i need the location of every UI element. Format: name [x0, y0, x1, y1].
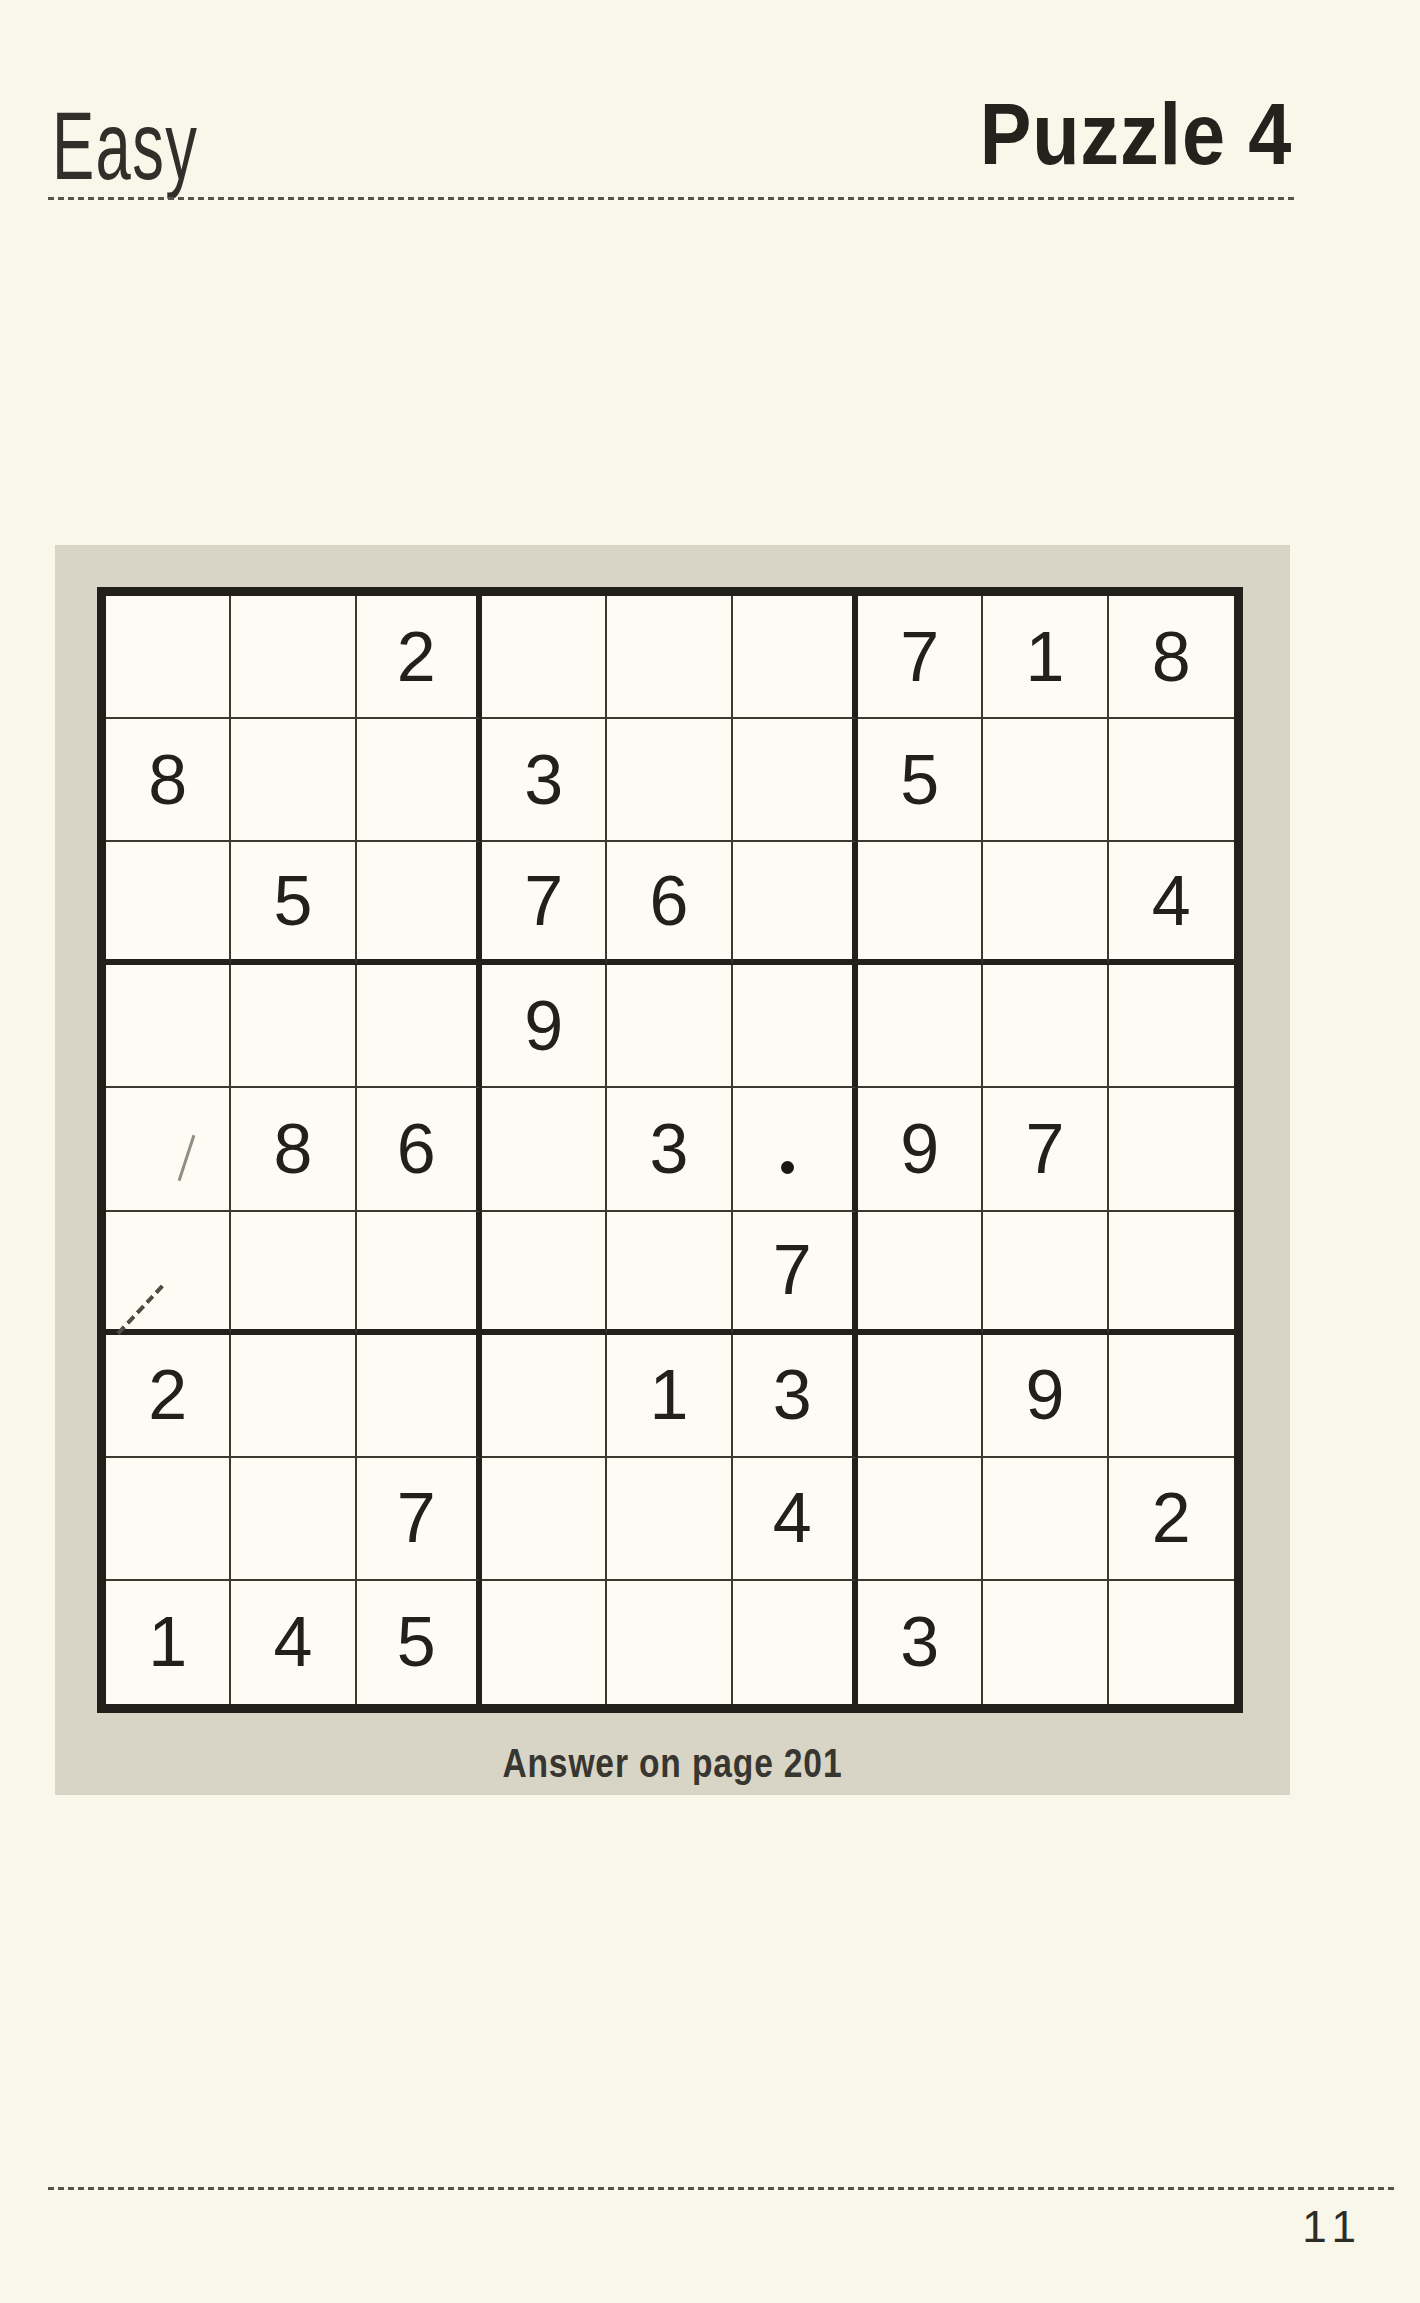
- sudoku-board: 27188355764986397721397421453 Answer on …: [55, 545, 1290, 1795]
- cell-r7c9[interactable]: [1109, 1335, 1234, 1458]
- cell-r3c2: 5: [231, 842, 356, 965]
- cell-r5c9[interactable]: [1109, 1088, 1234, 1211]
- cell-r9c4[interactable]: [482, 1581, 607, 1704]
- cell-r1c3: 2: [357, 596, 482, 719]
- cell-r7c8: 9: [983, 1335, 1108, 1458]
- footer-divider: [48, 2187, 1396, 2190]
- cell-r4c5[interactable]: [607, 965, 732, 1088]
- cell-r4c9[interactable]: [1109, 965, 1234, 1088]
- cell-r6c3[interactable]: [357, 1212, 482, 1335]
- cell-r4c4: 9: [482, 965, 607, 1088]
- cell-r8c9: 2: [1109, 1458, 1234, 1581]
- cell-r8c2[interactable]: [231, 1458, 356, 1581]
- book-page: Easy Puzzle 4 27188355764986397721397421…: [0, 0, 1420, 2303]
- cell-r9c2: 4: [231, 1581, 356, 1704]
- cell-r9c3: 5: [357, 1581, 482, 1704]
- cell-r3c7[interactable]: [858, 842, 983, 965]
- cell-r7c6: 3: [733, 1335, 858, 1458]
- cell-r2c5[interactable]: [607, 719, 732, 842]
- cell-r2c3[interactable]: [357, 719, 482, 842]
- cell-r5c4[interactable]: [482, 1088, 607, 1211]
- cell-r9c6[interactable]: [733, 1581, 858, 1704]
- cell-r3c8[interactable]: [983, 842, 1108, 965]
- cell-r2c7: 5: [858, 719, 983, 842]
- header-divider: [48, 197, 1294, 200]
- puzzle-title: Puzzle 4: [979, 90, 1292, 178]
- cell-r3c3[interactable]: [357, 842, 482, 965]
- cell-r3c6[interactable]: [733, 842, 858, 965]
- cell-r8c7[interactable]: [858, 1458, 983, 1581]
- cell-r7c7[interactable]: [858, 1335, 983, 1458]
- cell-r4c2[interactable]: [231, 965, 356, 1088]
- cell-r3c9: 4: [1109, 842, 1234, 965]
- cell-r1c9: 8: [1109, 596, 1234, 719]
- difficulty-label: Easy: [52, 98, 198, 194]
- cell-r7c1: 2: [106, 1335, 231, 1458]
- cell-r2c8[interactable]: [983, 719, 1108, 842]
- cell-r1c2[interactable]: [231, 596, 356, 719]
- answer-note: Answer on page 201: [55, 1741, 1290, 1786]
- cell-r5c2: 8: [231, 1088, 356, 1211]
- cell-r2c1: 8: [106, 719, 231, 842]
- cell-r1c1[interactable]: [106, 596, 231, 719]
- cell-r5c7: 9: [858, 1088, 983, 1211]
- cell-r8c8[interactable]: [983, 1458, 1108, 1581]
- cell-r4c6[interactable]: [733, 965, 858, 1088]
- cell-r6c7[interactable]: [858, 1212, 983, 1335]
- cell-r1c6[interactable]: [733, 596, 858, 719]
- cell-r2c6[interactable]: [733, 719, 858, 842]
- cell-r2c9[interactable]: [1109, 719, 1234, 842]
- cell-r8c3: 7: [357, 1458, 482, 1581]
- cell-r9c8[interactable]: [983, 1581, 1108, 1704]
- ink-dot-artifact: [781, 1161, 794, 1174]
- cell-r6c1[interactable]: [106, 1212, 231, 1335]
- cell-r2c4: 3: [482, 719, 607, 842]
- cell-r9c5[interactable]: [607, 1581, 732, 1704]
- cell-r6c9[interactable]: [1109, 1212, 1234, 1335]
- cell-r8c4[interactable]: [482, 1458, 607, 1581]
- cell-r8c5[interactable]: [607, 1458, 732, 1581]
- cell-r3c5: 6: [607, 842, 732, 965]
- cell-r1c5[interactable]: [607, 596, 732, 719]
- cell-r4c1[interactable]: [106, 965, 231, 1088]
- page-number: 11: [1302, 2202, 1364, 2252]
- cell-r7c5: 1: [607, 1335, 732, 1458]
- cell-r4c8[interactable]: [983, 965, 1108, 1088]
- cell-r9c1: 1: [106, 1581, 231, 1704]
- cell-r6c4[interactable]: [482, 1212, 607, 1335]
- cell-r6c5[interactable]: [607, 1212, 732, 1335]
- cell-r7c3[interactable]: [357, 1335, 482, 1458]
- cell-r5c6[interactable]: [733, 1088, 858, 1211]
- cell-r8c6: 4: [733, 1458, 858, 1581]
- sudoku-grid: 27188355764986397721397421453: [97, 587, 1243, 1713]
- cell-r7c2[interactable]: [231, 1335, 356, 1458]
- cell-r1c4[interactable]: [482, 596, 607, 719]
- cell-r9c9[interactable]: [1109, 1581, 1234, 1704]
- cell-r4c7[interactable]: [858, 965, 983, 1088]
- cell-r9c7: 3: [858, 1581, 983, 1704]
- cell-r1c7: 7: [858, 596, 983, 719]
- cell-r3c4: 7: [482, 842, 607, 965]
- answer-note-text: Answer on page 201: [502, 1741, 842, 1786]
- cell-r6c2[interactable]: [231, 1212, 356, 1335]
- cell-r5c1[interactable]: [106, 1088, 231, 1211]
- cell-r8c1[interactable]: [106, 1458, 231, 1581]
- cell-r6c6: 7: [733, 1212, 858, 1335]
- cell-r5c5: 3: [607, 1088, 732, 1211]
- cell-r2c2[interactable]: [231, 719, 356, 842]
- cell-r3c1[interactable]: [106, 842, 231, 965]
- cell-r4c3[interactable]: [357, 965, 482, 1088]
- cell-r5c3: 6: [357, 1088, 482, 1211]
- cell-r7c4[interactable]: [482, 1335, 607, 1458]
- cell-r1c8: 1: [983, 596, 1108, 719]
- cell-r6c8[interactable]: [983, 1212, 1108, 1335]
- cell-r5c8: 7: [983, 1088, 1108, 1211]
